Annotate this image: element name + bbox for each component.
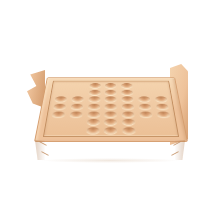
board-cell-r3c5 — [136, 103, 154, 110]
board-cell-r4c6 — [154, 110, 173, 118]
empty-hole — [155, 97, 167, 102]
empty-hole — [122, 90, 134, 95]
mitre-mark — [41, 151, 49, 156]
empty-hole — [139, 104, 151, 110]
board-cell-r2c0 — [52, 96, 70, 103]
board-cell-r4c2 — [84, 110, 102, 118]
empty-hole — [88, 104, 100, 110]
empty-hole — [123, 119, 136, 125]
board-cell-r4c3 — [102, 110, 120, 118]
board-cell-r5c6 — [155, 118, 174, 126]
empty-hole — [105, 111, 117, 117]
empty-hole — [105, 90, 116, 95]
empty-hole — [123, 127, 136, 133]
empty-hole — [122, 104, 134, 110]
board-cell-r6c6 — [156, 126, 176, 134]
board-cell-r2c2 — [86, 96, 103, 103]
empty-hole — [71, 104, 83, 110]
board-cell-r1c1 — [70, 89, 87, 96]
board-cell-r3c6 — [153, 103, 171, 110]
board-cell-r4c0 — [49, 110, 68, 118]
board-cell-r6c0 — [46, 126, 66, 134]
empty-hole — [89, 83, 100, 88]
board-cell-r3c3 — [102, 103, 119, 110]
board-playing-field — [44, 81, 178, 136]
board-cell-r6c2 — [83, 126, 102, 134]
board-cell-r6c1 — [65, 126, 84, 134]
empty-hole — [52, 111, 65, 117]
board-cell-r6c3 — [102, 126, 120, 134]
board-cell-r2c6 — [152, 96, 170, 103]
board-cell-r1c6 — [152, 89, 169, 96]
empty-hole — [122, 97, 134, 102]
empty-hole — [139, 97, 151, 102]
empty-hole — [105, 83, 116, 88]
empty-hole — [105, 127, 118, 133]
empty-hole — [121, 83, 132, 88]
board-cell-r4c1 — [67, 110, 85, 118]
empty-hole — [140, 111, 153, 117]
board-cell-r5c1 — [66, 118, 85, 126]
empty-hole — [87, 119, 100, 125]
board-cell-r1c0 — [53, 89, 70, 96]
mitre-mark — [39, 141, 47, 146]
hole-grid — [46, 83, 175, 135]
empty-hole — [156, 104, 169, 110]
board-cell-r5c2 — [84, 118, 102, 126]
board-cell-r3c0 — [50, 103, 68, 110]
empty-hole — [86, 127, 99, 133]
empty-hole — [122, 111, 134, 117]
stacked-slat-base — [35, 140, 185, 160]
board-cell-r4c5 — [137, 110, 155, 118]
empty-hole — [105, 97, 117, 102]
board-cell-r3c4 — [119, 103, 136, 110]
empty-hole — [53, 104, 66, 110]
board-cell-r1c2 — [86, 89, 103, 96]
board-cell-r6c5 — [138, 126, 157, 134]
board-cell-r4c4 — [120, 110, 138, 118]
empty-hole — [105, 119, 117, 125]
empty-hole — [88, 97, 100, 102]
board-cell-r2c5 — [136, 96, 153, 103]
mitre-mark — [173, 141, 181, 146]
board-cell-r1c5 — [135, 89, 152, 96]
mitre-mark — [171, 151, 179, 156]
board-cell-r5c4 — [120, 118, 138, 126]
board-cell-r5c5 — [138, 118, 157, 126]
board-cell-r3c1 — [68, 103, 86, 110]
board-cell-r1c4 — [119, 89, 136, 96]
board-cell-r5c0 — [48, 118, 67, 126]
board-cell-r2c4 — [119, 96, 136, 103]
board-cell-r2c3 — [103, 96, 120, 103]
empty-hole — [71, 97, 83, 102]
board-cell-r3c2 — [85, 103, 102, 110]
board-cell-r5c3 — [102, 118, 120, 126]
empty-hole — [70, 111, 83, 117]
peg-solitaire-board — [34, 77, 188, 142]
product-photo — [0, 0, 220, 220]
empty-hole — [89, 90, 101, 95]
empty-hole — [157, 111, 170, 117]
board-cell-r2c1 — [69, 96, 86, 103]
board-cell-r6c4 — [120, 126, 139, 134]
empty-hole — [54, 97, 66, 102]
empty-hole — [105, 104, 117, 110]
board-cell-r1c3 — [103, 89, 120, 96]
empty-hole — [87, 111, 99, 117]
